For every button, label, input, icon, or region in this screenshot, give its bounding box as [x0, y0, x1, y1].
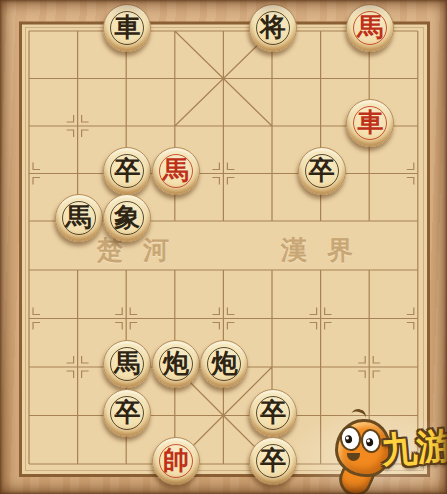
xiangqi-piece-black-general[interactable]: 将: [249, 4, 297, 52]
xiangqi-piece-black-horse[interactable]: 馬: [103, 340, 151, 388]
xiangqi-piece-black-chariot[interactable]: 車: [103, 4, 151, 52]
xiangqi-piece-black-soldier[interactable]: 卒: [249, 389, 297, 437]
piece-glyph: 馬: [163, 157, 189, 183]
piece-glyph: 車: [357, 109, 383, 135]
xiangqi-piece-red-general[interactable]: 帥: [152, 437, 200, 485]
xiangqi-piece-red-horse[interactable]: 馬: [152, 147, 200, 195]
piece-glyph: 炮: [211, 350, 237, 376]
xiangqi-piece-red-chariot[interactable]: 車: [346, 99, 394, 147]
xiangqi-piece-black-horse[interactable]: 馬: [55, 194, 103, 242]
piece-glyph: 象: [114, 204, 140, 230]
watermark-text: 九游: [380, 427, 447, 469]
piece-glyph: 将: [260, 14, 286, 40]
xiangqi-piece-red-horse[interactable]: 馬: [346, 4, 394, 52]
xiangqi-piece-black-soldier[interactable]: 卒: [249, 437, 297, 485]
piece-glyph: 卒: [114, 399, 140, 425]
piece-glyph: 馬: [66, 204, 92, 230]
nine-game-watermark: 九游: [323, 407, 447, 494]
piece-glyph: 卒: [309, 157, 335, 183]
xiangqi-piece-black-soldier[interactable]: 卒: [103, 389, 151, 437]
river-label-left: 楚河: [97, 233, 189, 268]
piece-glyph: 馬: [114, 350, 140, 376]
piece-glyph: 帥: [163, 447, 189, 473]
piece-glyph: 馬: [357, 14, 383, 40]
xiangqi-piece-black-soldier[interactable]: 卒: [298, 147, 346, 195]
xiangqi-piece-black-elephant[interactable]: 象: [103, 194, 151, 242]
piece-glyph: 卒: [260, 447, 286, 473]
piece-glyph: 卒: [114, 157, 140, 183]
piece-glyph: 車: [114, 14, 140, 40]
xiangqi-piece-black-soldier[interactable]: 卒: [103, 147, 151, 195]
xiangqi-piece-black-cannon[interactable]: 炮: [200, 340, 248, 388]
piece-glyph: 卒: [260, 399, 286, 425]
piece-glyph: 炮: [163, 350, 189, 376]
river-label-right: 漢界: [281, 233, 373, 268]
xiangqi-piece-black-cannon[interactable]: 炮: [152, 340, 200, 388]
